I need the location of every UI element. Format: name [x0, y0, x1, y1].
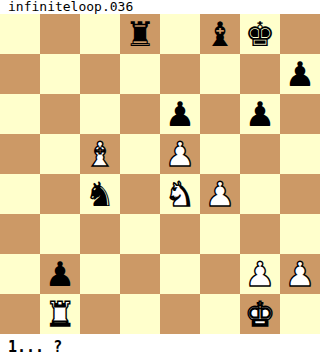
square-c7[interactable] — [80, 54, 120, 94]
move-prompt: 1... ? — [8, 337, 62, 357]
square-f5[interactable] — [200, 134, 240, 174]
piece-white-pawn: ♟ — [205, 174, 235, 214]
square-c3[interactable] — [80, 214, 120, 254]
square-b7[interactable] — [40, 54, 80, 94]
square-e4[interactable]: ♞ — [160, 174, 200, 214]
square-a7[interactable] — [0, 54, 40, 94]
square-c8[interactable] — [80, 14, 120, 54]
square-a8[interactable] — [0, 14, 40, 54]
square-c5[interactable]: ♝ — [80, 134, 120, 174]
square-g1[interactable]: ♚ — [240, 294, 280, 334]
square-h5[interactable] — [280, 134, 320, 174]
piece-black-king: ♚ — [245, 14, 275, 54]
piece-white-pawn: ♟ — [165, 134, 195, 174]
square-d1[interactable] — [120, 294, 160, 334]
square-b3[interactable] — [40, 214, 80, 254]
square-b2[interactable]: ♟ — [40, 254, 80, 294]
chess-board: ♜♝♚♟♟♟♝♟♞♞♟♟♟♟♜♚ — [0, 14, 320, 334]
square-e3[interactable] — [160, 214, 200, 254]
square-f7[interactable] — [200, 54, 240, 94]
square-d3[interactable] — [120, 214, 160, 254]
square-f8[interactable]: ♝ — [200, 14, 240, 54]
piece-white-pawn: ♟ — [285, 254, 315, 294]
square-g7[interactable] — [240, 54, 280, 94]
square-b5[interactable] — [40, 134, 80, 174]
square-c6[interactable] — [80, 94, 120, 134]
square-d8[interactable]: ♜ — [120, 14, 160, 54]
square-h6[interactable] — [280, 94, 320, 134]
square-d2[interactable] — [120, 254, 160, 294]
square-g4[interactable] — [240, 174, 280, 214]
square-h3[interactable] — [280, 214, 320, 254]
piece-black-pawn: ♟ — [165, 94, 195, 134]
square-b8[interactable] — [40, 14, 80, 54]
square-f2[interactable] — [200, 254, 240, 294]
square-d4[interactable] — [120, 174, 160, 214]
square-a1[interactable] — [0, 294, 40, 334]
square-c2[interactable] — [80, 254, 120, 294]
square-h7[interactable]: ♟ — [280, 54, 320, 94]
square-c1[interactable] — [80, 294, 120, 334]
piece-white-pawn: ♟ — [245, 254, 275, 294]
square-g6[interactable]: ♟ — [240, 94, 280, 134]
square-d7[interactable] — [120, 54, 160, 94]
square-d5[interactable] — [120, 134, 160, 174]
square-g8[interactable]: ♚ — [240, 14, 280, 54]
square-a5[interactable] — [0, 134, 40, 174]
square-h1[interactable] — [280, 294, 320, 334]
puzzle-title: infiniteloop.036 — [8, 0, 133, 14]
square-e6[interactable]: ♟ — [160, 94, 200, 134]
square-g2[interactable]: ♟ — [240, 254, 280, 294]
piece-black-rook: ♜ — [125, 14, 155, 54]
square-f1[interactable] — [200, 294, 240, 334]
square-g5[interactable] — [240, 134, 280, 174]
square-e1[interactable] — [160, 294, 200, 334]
square-b4[interactable] — [40, 174, 80, 214]
square-f4[interactable]: ♟ — [200, 174, 240, 214]
square-h4[interactable] — [280, 174, 320, 214]
piece-white-bishop: ♝ — [85, 134, 115, 174]
piece-white-rook: ♜ — [45, 294, 75, 334]
square-f6[interactable] — [200, 94, 240, 134]
square-a4[interactable] — [0, 174, 40, 214]
square-c4[interactable]: ♞ — [80, 174, 120, 214]
square-e7[interactable] — [160, 54, 200, 94]
piece-black-pawn: ♟ — [45, 254, 75, 294]
square-h8[interactable] — [280, 14, 320, 54]
square-e2[interactable] — [160, 254, 200, 294]
piece-black-bishop: ♝ — [205, 14, 235, 54]
piece-white-knight: ♞ — [165, 174, 195, 214]
square-a3[interactable] — [0, 214, 40, 254]
piece-white-king: ♚ — [245, 294, 275, 334]
square-f3[interactable] — [200, 214, 240, 254]
square-b6[interactable] — [40, 94, 80, 134]
square-a6[interactable] — [0, 94, 40, 134]
square-d6[interactable] — [120, 94, 160, 134]
square-e8[interactable] — [160, 14, 200, 54]
square-e5[interactable]: ♟ — [160, 134, 200, 174]
square-b1[interactable]: ♜ — [40, 294, 80, 334]
piece-black-pawn: ♟ — [245, 94, 275, 134]
piece-black-knight: ♞ — [85, 174, 115, 214]
square-h2[interactable]: ♟ — [280, 254, 320, 294]
chess-diagram-page: infiniteloop.036 ♜♝♚♟♟♟♝♟♞♞♟♟♟♟♜♚ 1... ? — [0, 0, 320, 360]
square-g3[interactable] — [240, 214, 280, 254]
square-a2[interactable] — [0, 254, 40, 294]
piece-black-pawn: ♟ — [285, 54, 315, 94]
